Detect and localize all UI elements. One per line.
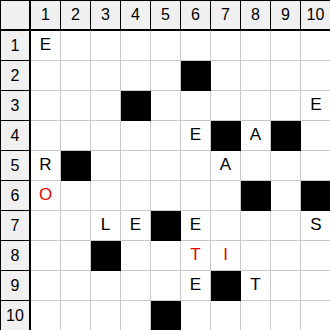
- cell-r4c6[interactable]: E: [181, 121, 211, 151]
- cell-r5c8[interactable]: [241, 151, 271, 181]
- cell-r10c6[interactable]: [181, 301, 211, 330]
- row-header-10: 10: [1, 301, 31, 330]
- cell-r7c6[interactable]: E: [181, 211, 211, 241]
- cell-r3c3[interactable]: [91, 91, 121, 121]
- cell-r5c10[interactable]: [301, 151, 330, 181]
- blocked-cell-r4c7: [211, 121, 241, 151]
- cell-r5c7[interactable]: A: [211, 151, 241, 181]
- cell-r4c8[interactable]: A: [241, 121, 271, 151]
- row-header-8: 8: [1, 241, 31, 271]
- cell-r10c2[interactable]: [61, 301, 91, 330]
- cell-r5c4[interactable]: [121, 151, 151, 181]
- col-header-9: 9: [271, 1, 301, 31]
- cell-r9c2[interactable]: [61, 271, 91, 301]
- cell-r2c10[interactable]: [301, 61, 330, 91]
- cell-r8c5[interactable]: [151, 241, 181, 271]
- cell-r1c9[interactable]: [271, 31, 301, 61]
- cell-r1c10[interactable]: [301, 31, 330, 61]
- cell-r8c8[interactable]: [241, 241, 271, 271]
- row-header-4: 4: [1, 121, 31, 151]
- crossword-board: 123456789101E23E4EA5RA6O7LEES8TI9ET10: [0, 0, 330, 330]
- cell-r3c1[interactable]: [31, 91, 61, 121]
- cell-r9c6[interactable]: E: [181, 271, 211, 301]
- blocked-cell-r5c2: [61, 151, 91, 181]
- cell-r6c5[interactable]: [151, 181, 181, 211]
- cell-r6c9[interactable]: [271, 181, 301, 211]
- cell-r9c9[interactable]: [271, 271, 301, 301]
- cell-r9c3[interactable]: [91, 271, 121, 301]
- cell-r2c8[interactable]: [241, 61, 271, 91]
- cell-r5c9[interactable]: [271, 151, 301, 181]
- cell-r3c6[interactable]: [181, 91, 211, 121]
- cell-r2c3[interactable]: [91, 61, 121, 91]
- cell-r10c7[interactable]: [211, 301, 241, 330]
- cell-r10c4[interactable]: [121, 301, 151, 330]
- cell-r2c5[interactable]: [151, 61, 181, 91]
- cell-r10c1[interactable]: [31, 301, 61, 330]
- cell-r2c9[interactable]: [271, 61, 301, 91]
- cell-r3c10[interactable]: E: [301, 91, 330, 121]
- cell-r1c3[interactable]: [91, 31, 121, 61]
- cell-r6c3[interactable]: [91, 181, 121, 211]
- cell-r10c8[interactable]: [241, 301, 271, 330]
- col-header-5: 5: [151, 1, 181, 31]
- cell-r7c10[interactable]: S: [301, 211, 330, 241]
- row-header-3: 3: [1, 91, 31, 121]
- cell-r9c1[interactable]: [31, 271, 61, 301]
- col-header-6: 6: [181, 1, 211, 31]
- corner-cell: [1, 1, 31, 31]
- blocked-cell-r4c9: [271, 121, 301, 151]
- col-header-4: 4: [121, 1, 151, 31]
- cell-r2c7[interactable]: [211, 61, 241, 91]
- cell-r9c10[interactable]: [301, 271, 330, 301]
- blocked-cell-r10c5: [151, 301, 181, 330]
- row-header-5: 5: [1, 151, 31, 181]
- cell-r8c2[interactable]: [61, 241, 91, 271]
- cell-r7c9[interactable]: [271, 211, 301, 241]
- blocked-cell-r3c4: [121, 91, 151, 121]
- col-header-7: 7: [211, 1, 241, 31]
- cell-r9c4[interactable]: [121, 271, 151, 301]
- cell-r3c2[interactable]: [61, 91, 91, 121]
- blocked-cell-r9c7: [211, 271, 241, 301]
- cell-r7c2[interactable]: [61, 211, 91, 241]
- cell-r8c9[interactable]: [271, 241, 301, 271]
- blocked-cell-r2c6: [181, 61, 211, 91]
- blocked-cell-r7c5: [151, 211, 181, 241]
- cell-r10c3[interactable]: [91, 301, 121, 330]
- cell-r1c2[interactable]: [61, 31, 91, 61]
- cell-r8c7[interactable]: I: [211, 241, 241, 271]
- cell-r7c8[interactable]: [241, 211, 271, 241]
- cell-r2c2[interactable]: [61, 61, 91, 91]
- cell-r6c6[interactable]: [181, 181, 211, 211]
- cell-r8c1[interactable]: [31, 241, 61, 271]
- cell-r4c10[interactable]: [301, 121, 330, 151]
- cell-r8c6[interactable]: T: [181, 241, 211, 271]
- row-header-7: 7: [1, 211, 31, 241]
- cell-r1c4[interactable]: [121, 31, 151, 61]
- cell-r2c1[interactable]: [31, 61, 61, 91]
- cell-r5c6[interactable]: [181, 151, 211, 181]
- cell-r4c3[interactable]: [91, 121, 121, 151]
- cell-r4c5[interactable]: [151, 121, 181, 151]
- cell-r9c8[interactable]: T: [241, 271, 271, 301]
- cell-r1c7[interactable]: [211, 31, 241, 61]
- cell-r10c9[interactable]: [271, 301, 301, 330]
- cell-r7c1[interactable]: [31, 211, 61, 241]
- cell-r5c3[interactable]: [91, 151, 121, 181]
- col-header-8: 8: [241, 1, 271, 31]
- cell-r3c8[interactable]: [241, 91, 271, 121]
- cell-r4c4[interactable]: [121, 121, 151, 151]
- cell-r3c9[interactable]: [271, 91, 301, 121]
- blocked-cell-r8c3: [91, 241, 121, 271]
- cell-r10c10[interactable]: [301, 301, 330, 330]
- cell-r7c4[interactable]: E: [121, 211, 151, 241]
- row-header-1: 1: [1, 31, 31, 61]
- cell-r3c7[interactable]: [211, 91, 241, 121]
- cell-r9c5[interactable]: [151, 271, 181, 301]
- cell-r1c1[interactable]: E: [31, 31, 61, 61]
- col-header-1: 1: [31, 1, 61, 31]
- cell-r6c1[interactable]: O: [31, 181, 61, 211]
- cell-r1c6[interactable]: [181, 31, 211, 61]
- cell-r6c2[interactable]: [61, 181, 91, 211]
- cell-r4c2[interactable]: [61, 121, 91, 151]
- cell-r8c4[interactable]: [121, 241, 151, 271]
- cell-r1c8[interactable]: [241, 31, 271, 61]
- blocked-cell-r6c10: [301, 181, 330, 211]
- cell-r8c10[interactable]: [301, 241, 330, 271]
- cell-r4c1[interactable]: [31, 121, 61, 151]
- cell-r6c7[interactable]: [211, 181, 241, 211]
- blocked-cell-r6c8: [241, 181, 271, 211]
- col-header-2: 2: [61, 1, 91, 31]
- cell-r3c5[interactable]: [151, 91, 181, 121]
- col-header-3: 3: [91, 1, 121, 31]
- cell-r2c4[interactable]: [121, 61, 151, 91]
- cell-r1c5[interactable]: [151, 31, 181, 61]
- cell-r6c4[interactable]: [121, 181, 151, 211]
- row-header-6: 6: [1, 181, 31, 211]
- crossword-grid: 123456789101E23E4EA5RA6O7LEES8TI9ET10: [0, 0, 330, 330]
- cell-r7c7[interactable]: [211, 211, 241, 241]
- col-header-10: 10: [301, 1, 330, 31]
- cell-r5c1[interactable]: R: [31, 151, 61, 181]
- row-header-9: 9: [1, 271, 31, 301]
- cell-r7c3[interactable]: L: [91, 211, 121, 241]
- row-header-2: 2: [1, 61, 31, 91]
- cell-r5c5[interactable]: [151, 151, 181, 181]
